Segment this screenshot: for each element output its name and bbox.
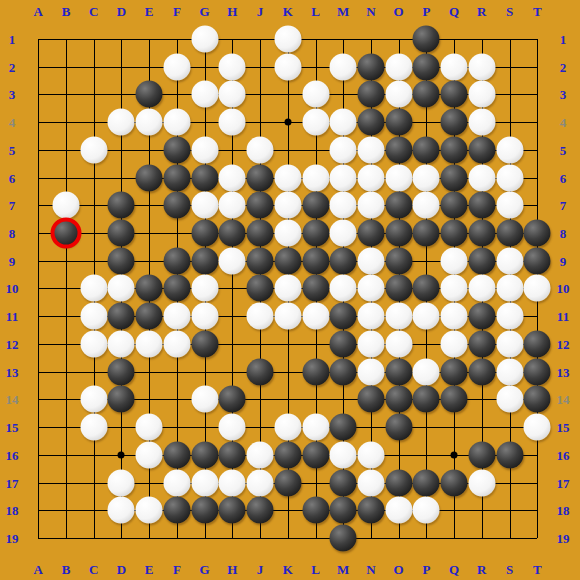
white-stone-O6[interactable] [385,164,412,191]
row-label-left: 12 [6,337,19,350]
column-label-top: S [506,5,513,18]
column-label-bottom: S [506,563,513,576]
black-stone-M12[interactable] [330,330,357,357]
black-stone-G12[interactable] [191,330,218,357]
column-label-bottom: F [173,563,181,576]
black-stone-J6[interactable] [247,164,274,191]
white-stone-O18[interactable] [385,497,412,524]
white-stone-R3[interactable] [468,81,495,108]
white-stone-S13[interactable] [496,358,523,385]
white-stone-P18[interactable] [413,497,440,524]
white-stone-L3[interactable] [302,81,329,108]
black-stone-P2[interactable] [413,53,440,80]
white-stone-F4[interactable] [163,109,190,136]
column-label-bottom: H [227,563,237,576]
black-stone-R9[interactable] [468,247,495,274]
white-stone-O11[interactable] [385,303,412,330]
black-stone-K9[interactable] [274,247,301,274]
white-stone-L6[interactable] [302,164,329,191]
black-stone-O4[interactable] [385,109,412,136]
column-label-bottom: P [422,563,430,576]
row-label-left: 3 [9,88,16,101]
white-stone-M5[interactable] [330,136,357,163]
black-stone-Q5[interactable] [441,136,468,163]
white-stone-N11[interactable] [357,303,384,330]
white-stone-S7[interactable] [496,192,523,219]
white-stone-C11[interactable] [80,303,107,330]
white-stone-L11[interactable] [302,303,329,330]
white-stone-N13[interactable] [357,358,384,385]
black-stone-L10[interactable] [302,275,329,302]
white-stone-D10[interactable] [108,275,135,302]
row-label-right: 12 [557,337,570,350]
white-stone-P11[interactable] [413,303,440,330]
black-stone-R12[interactable] [468,330,495,357]
black-stone-Q14[interactable] [441,386,468,413]
white-stone-K15[interactable] [274,414,301,441]
star-point [284,119,291,126]
column-label-top: N [366,5,375,18]
black-stone-R7[interactable] [468,192,495,219]
black-stone-N3[interactable] [357,81,384,108]
black-stone-J18[interactable] [247,497,274,524]
black-stone-M13[interactable] [330,358,357,385]
column-label-bottom: E [145,563,154,576]
row-label-right: 13 [557,365,570,378]
black-stone-F6[interactable] [163,164,190,191]
row-label-right: 1 [560,33,567,46]
white-stone-H9[interactable] [219,247,246,274]
white-stone-O3[interactable] [385,81,412,108]
black-stone-L18[interactable] [302,497,329,524]
column-label-bottom: D [117,563,126,576]
row-label-right: 5 [560,143,567,156]
white-stone-P13[interactable] [413,358,440,385]
column-label-top: L [311,5,320,18]
white-stone-S9[interactable] [496,247,523,274]
white-stone-N7[interactable] [357,192,384,219]
white-stone-D18[interactable] [108,497,135,524]
black-stone-J10[interactable] [247,275,274,302]
column-label-bottom: G [200,563,210,576]
grid-line-horizontal [38,538,537,539]
column-label-top: B [62,5,71,18]
black-stone-N2[interactable] [357,53,384,80]
black-stone-T14[interactable] [524,386,551,413]
white-stone-C15[interactable] [80,414,107,441]
white-stone-J17[interactable] [247,469,274,496]
white-stone-D12[interactable] [108,330,135,357]
white-stone-J11[interactable] [247,303,274,330]
row-label-left: 6 [9,171,16,184]
white-stone-M16[interactable] [330,441,357,468]
column-label-bottom: R [477,563,486,576]
column-label-bottom: O [394,563,404,576]
row-label-right: 10 [557,282,570,295]
white-stone-G17[interactable] [191,469,218,496]
white-stone-K11[interactable] [274,303,301,330]
white-stone-O12[interactable] [385,330,412,357]
black-stone-O7[interactable] [385,192,412,219]
black-stone-R8[interactable] [468,220,495,247]
column-label-top: T [533,5,542,18]
column-label-top: A [34,5,43,18]
black-stone-Q17[interactable] [441,469,468,496]
white-stone-H17[interactable] [219,469,246,496]
white-stone-D17[interactable] [108,469,135,496]
black-stone-G6[interactable] [191,164,218,191]
column-label-top: K [283,5,293,18]
white-stone-G3[interactable] [191,81,218,108]
black-stone-Q6[interactable] [441,164,468,191]
column-label-top: D [117,5,126,18]
white-stone-M7[interactable] [330,192,357,219]
black-stone-R5[interactable] [468,136,495,163]
white-stone-M2[interactable] [330,53,357,80]
column-label-bottom: N [366,563,375,576]
black-stone-L7[interactable] [302,192,329,219]
white-stone-G1[interactable] [191,26,218,53]
white-stone-M8[interactable] [330,220,357,247]
column-label-top: G [200,5,210,18]
white-stone-L4[interactable] [302,109,329,136]
white-stone-M6[interactable] [330,164,357,191]
white-stone-M10[interactable] [330,275,357,302]
row-label-left: 7 [9,199,16,212]
black-stone-Q7[interactable] [441,192,468,219]
row-label-right: 9 [560,254,567,267]
white-stone-C14[interactable] [80,386,107,413]
black-stone-P8[interactable] [413,220,440,247]
column-label-top: H [227,5,237,18]
white-stone-Q10[interactable] [441,275,468,302]
row-label-right: 11 [557,310,569,323]
white-stone-G5[interactable] [191,136,218,163]
black-stone-H14[interactable] [219,386,246,413]
column-label-bottom: J [257,563,264,576]
black-stone-J8[interactable] [247,220,274,247]
black-stone-F10[interactable] [163,275,190,302]
black-stone-N8[interactable] [357,220,384,247]
column-label-top: Q [449,5,459,18]
white-stone-J16[interactable] [247,441,274,468]
black-stone-G8[interactable] [191,220,218,247]
black-stone-D7[interactable] [108,192,135,219]
black-stone-E10[interactable] [136,275,163,302]
row-label-left: 13 [6,365,19,378]
black-stone-S8[interactable] [496,220,523,247]
black-stone-M19[interactable] [330,524,357,551]
white-stone-M4[interactable] [330,109,357,136]
white-stone-E16[interactable] [136,441,163,468]
white-stone-P7[interactable] [413,192,440,219]
white-stone-S14[interactable] [496,386,523,413]
row-label-right: 6 [560,171,567,184]
black-stone-O5[interactable] [385,136,412,163]
black-stone-M17[interactable] [330,469,357,496]
black-stone-O13[interactable] [385,358,412,385]
white-stone-H3[interactable] [219,81,246,108]
column-label-top: C [89,5,98,18]
white-stone-Q2[interactable] [441,53,468,80]
white-stone-H6[interactable] [219,164,246,191]
white-stone-F12[interactable] [163,330,190,357]
black-stone-T8[interactable] [524,220,551,247]
column-label-bottom: C [89,563,98,576]
black-stone-L8[interactable] [302,220,329,247]
go-board[interactable]: AABBCCDDEEFFGGHHJJKKLLMMNNOOPPQQRRSSTT11… [0,0,580,580]
column-label-bottom: Q [449,563,459,576]
black-stone-N4[interactable] [357,109,384,136]
white-stone-N17[interactable] [357,469,384,496]
white-stone-G14[interactable] [191,386,218,413]
black-stone-T9[interactable] [524,247,551,274]
black-stone-Q4[interactable] [441,109,468,136]
white-stone-N16[interactable] [357,441,384,468]
black-stone-Q13[interactable] [441,358,468,385]
row-label-left: 18 [6,504,19,517]
white-stone-S10[interactable] [496,275,523,302]
row-label-left: 8 [9,227,16,240]
black-stone-D11[interactable] [108,303,135,330]
black-stone-R13[interactable] [468,358,495,385]
black-stone-M15[interactable] [330,414,357,441]
black-stone-R11[interactable] [468,303,495,330]
black-stone-G9[interactable] [191,247,218,274]
black-stone-H8[interactable] [219,220,246,247]
black-stone-F18[interactable] [163,497,190,524]
black-stone-P14[interactable] [413,386,440,413]
white-stone-T15[interactable] [524,414,551,441]
row-label-right: 3 [560,88,567,101]
black-stone-J13[interactable] [247,358,274,385]
black-stone-P10[interactable] [413,275,440,302]
row-label-left: 14 [6,393,19,406]
white-stone-N10[interactable] [357,275,384,302]
row-label-right: 15 [557,421,570,434]
black-stone-G18[interactable] [191,497,218,524]
row-label-left: 16 [6,448,19,461]
row-label-right: 14 [557,393,570,406]
star-point [451,451,458,458]
column-label-bottom: T [533,563,542,576]
row-label-left: 11 [6,310,18,323]
star-point [118,451,125,458]
black-stone-O14[interactable] [385,386,412,413]
black-stone-F5[interactable] [163,136,190,163]
black-stone-D13[interactable] [108,358,135,385]
black-stone-G16[interactable] [191,441,218,468]
white-stone-R10[interactable] [468,275,495,302]
white-stone-R4[interactable] [468,109,495,136]
row-label-left: 4 [9,116,16,129]
white-stone-K7[interactable] [274,192,301,219]
white-stone-E18[interactable] [136,497,163,524]
black-stone-D8[interactable] [108,220,135,247]
white-stone-N5[interactable] [357,136,384,163]
black-stone-K17[interactable] [274,469,301,496]
black-stone-L16[interactable] [302,441,329,468]
white-stone-S5[interactable] [496,136,523,163]
white-stone-S12[interactable] [496,330,523,357]
column-label-bottom: A [34,563,43,576]
row-label-right: 2 [560,60,567,73]
black-stone-M18[interactable] [330,497,357,524]
black-stone-N14[interactable] [357,386,384,413]
white-stone-R17[interactable] [468,469,495,496]
white-stone-D4[interactable] [108,109,135,136]
white-stone-H4[interactable] [219,109,246,136]
white-stone-Q11[interactable] [441,303,468,330]
white-stone-E12[interactable] [136,330,163,357]
black-stone-D14[interactable] [108,386,135,413]
black-stone-P3[interactable] [413,81,440,108]
row-label-left: 19 [6,531,19,544]
white-stone-T10[interactable] [524,275,551,302]
row-label-left: 15 [6,421,19,434]
black-stone-T13[interactable] [524,358,551,385]
white-stone-E4[interactable] [136,109,163,136]
row-label-left: 1 [9,33,16,46]
black-stone-T12[interactable] [524,330,551,357]
white-stone-E15[interactable] [136,414,163,441]
column-label-top: F [173,5,181,18]
black-stone-R16[interactable] [468,441,495,468]
row-label-right: 8 [560,227,567,240]
black-stone-S16[interactable] [496,441,523,468]
white-stone-R2[interactable] [468,53,495,80]
white-stone-C12[interactable] [80,330,107,357]
black-stone-E11[interactable] [136,303,163,330]
white-stone-O2[interactable] [385,53,412,80]
black-stone-M9[interactable] [330,247,357,274]
white-stone-B7[interactable] [53,192,80,219]
column-label-top: R [477,5,486,18]
black-stone-F9[interactable] [163,247,190,274]
black-stone-P5[interactable] [413,136,440,163]
black-stone-B8[interactable] [53,220,80,247]
row-label-left: 10 [6,282,19,295]
white-stone-P6[interactable] [413,164,440,191]
white-stone-L15[interactable] [302,414,329,441]
black-stone-O17[interactable] [385,469,412,496]
black-stone-J7[interactable] [247,192,274,219]
row-label-left: 17 [6,476,19,489]
white-stone-K2[interactable] [274,53,301,80]
white-stone-G11[interactable] [191,303,218,330]
row-label-right: 4 [560,116,567,129]
black-stone-H18[interactable] [219,497,246,524]
white-stone-F11[interactable] [163,303,190,330]
black-stone-H16[interactable] [219,441,246,468]
white-stone-J5[interactable] [247,136,274,163]
white-stone-Q12[interactable] [441,330,468,357]
row-label-right: 17 [557,476,570,489]
black-stone-P1[interactable] [413,26,440,53]
white-stone-C5[interactable] [80,136,107,163]
white-stone-H2[interactable] [219,53,246,80]
black-stone-E3[interactable] [136,81,163,108]
white-stone-K6[interactable] [274,164,301,191]
column-label-top: P [422,5,430,18]
black-stone-J9[interactable] [247,247,274,274]
white-stone-S11[interactable] [496,303,523,330]
column-label-top: M [337,5,349,18]
column-label-top: E [145,5,154,18]
black-stone-N18[interactable] [357,497,384,524]
row-label-right: 19 [557,531,570,544]
white-stone-N6[interactable] [357,164,384,191]
black-stone-D9[interactable] [108,247,135,274]
black-stone-M11[interactable] [330,303,357,330]
column-label-top: O [394,5,404,18]
row-label-right: 7 [560,199,567,212]
row-label-left: 9 [9,254,16,267]
black-stone-Q8[interactable] [441,220,468,247]
black-stone-K16[interactable] [274,441,301,468]
black-stone-L9[interactable] [302,247,329,274]
white-stone-F2[interactable] [163,53,190,80]
row-label-left: 5 [9,143,16,156]
column-label-bottom: M [337,563,349,576]
black-stone-O15[interactable] [385,414,412,441]
black-stone-O10[interactable] [385,275,412,302]
black-stone-E6[interactable] [136,164,163,191]
row-label-right: 16 [557,448,570,461]
white-stone-K10[interactable] [274,275,301,302]
column-label-bottom: B [62,563,71,576]
column-label-bottom: L [311,563,320,576]
white-stone-C10[interactable] [80,275,107,302]
black-stone-O8[interactable] [385,220,412,247]
column-label-bottom: K [283,563,293,576]
white-stone-K8[interactable] [274,220,301,247]
black-stone-L13[interactable] [302,358,329,385]
white-stone-N9[interactable] [357,247,384,274]
white-stone-F17[interactable] [163,469,190,496]
white-stone-G10[interactable] [191,275,218,302]
white-stone-R6[interactable] [468,164,495,191]
white-stone-H7[interactable] [219,192,246,219]
white-stone-G7[interactable] [191,192,218,219]
black-stone-F16[interactable] [163,441,190,468]
white-stone-N12[interactable] [357,330,384,357]
row-label-left: 2 [9,60,16,73]
white-stone-S6[interactable] [496,164,523,191]
white-stone-Q9[interactable] [441,247,468,274]
row-label-right: 18 [557,504,570,517]
column-label-top: J [257,5,264,18]
black-stone-F7[interactable] [163,192,190,219]
black-stone-O9[interactable] [385,247,412,274]
white-stone-H15[interactable] [219,414,246,441]
black-stone-Q3[interactable] [441,81,468,108]
white-stone-K1[interactable] [274,26,301,53]
black-stone-P17[interactable] [413,469,440,496]
